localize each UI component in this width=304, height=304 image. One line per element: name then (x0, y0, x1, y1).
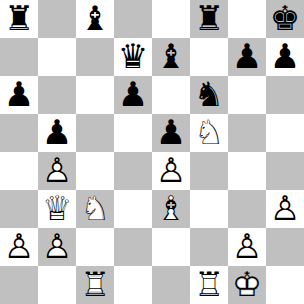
black-pawn-fill-glyph: ♟ (266, 38, 304, 76)
piece-black-king[interactable]: ♚ (266, 0, 304, 38)
piece-white-king[interactable]: ♚♔ (228, 266, 266, 304)
black-rook-fill-glyph: ♜ (190, 0, 228, 38)
square-b3[interactable]: ♛♕ (38, 190, 76, 228)
piece-black-pawn[interactable]: ♟ (0, 76, 38, 114)
square-e7[interactable]: ♝ (152, 38, 190, 76)
square-f5[interactable]: ♞♘ (190, 114, 228, 152)
square-a1[interactable] (0, 266, 38, 304)
piece-black-pawn[interactable]: ♟ (152, 114, 190, 152)
square-a3[interactable] (0, 190, 38, 228)
square-d1[interactable] (114, 266, 152, 304)
white-queen-outline-glyph: ♕ (38, 190, 76, 228)
square-h4[interactable] (266, 152, 304, 190)
white-pawn-outline-glyph: ♙ (0, 228, 38, 266)
square-c3[interactable]: ♞♘ (76, 190, 114, 228)
black-pawn-fill-glyph: ♟ (0, 76, 38, 114)
square-f2[interactable] (190, 228, 228, 266)
square-c4[interactable] (76, 152, 114, 190)
piece-black-rook[interactable]: ♜ (0, 0, 38, 38)
square-e4[interactable]: ♟♙ (152, 152, 190, 190)
square-d7[interactable]: ♛ (114, 38, 152, 76)
piece-white-pawn[interactable]: ♟♙ (0, 228, 38, 266)
piece-white-knight[interactable]: ♞♘ (190, 114, 228, 152)
square-h2[interactable] (266, 228, 304, 266)
white-rook-outline-glyph: ♖ (76, 266, 114, 304)
piece-white-rook[interactable]: ♜♖ (190, 266, 228, 304)
square-a4[interactable] (0, 152, 38, 190)
square-a7[interactable] (0, 38, 38, 76)
piece-white-pawn[interactable]: ♟♙ (38, 228, 76, 266)
square-h3[interactable]: ♟♙ (266, 190, 304, 228)
black-pawn-fill-glyph: ♟ (152, 114, 190, 152)
white-pawn-outline-glyph: ♙ (38, 228, 76, 266)
piece-black-pawn[interactable]: ♟ (114, 76, 152, 114)
white-king-outline-glyph: ♔ (228, 266, 266, 304)
piece-white-pawn[interactable]: ♟♙ (266, 190, 304, 228)
black-rook-fill-glyph: ♜ (0, 0, 38, 38)
square-h5[interactable] (266, 114, 304, 152)
black-pawn-fill-glyph: ♟ (228, 38, 266, 76)
square-a2[interactable]: ♟♙ (0, 228, 38, 266)
square-b1[interactable] (38, 266, 76, 304)
square-b4[interactable]: ♟♙ (38, 152, 76, 190)
square-g1[interactable]: ♚♔ (228, 266, 266, 304)
piece-white-pawn[interactable]: ♟♙ (228, 228, 266, 266)
square-c6[interactable] (76, 76, 114, 114)
square-b8[interactable] (38, 0, 76, 38)
square-f4[interactable] (190, 152, 228, 190)
white-bishop-outline-glyph: ♗ (152, 190, 190, 228)
piece-black-pawn[interactable]: ♟ (266, 38, 304, 76)
white-pawn-outline-glyph: ♙ (266, 190, 304, 228)
square-g7[interactable]: ♟ (228, 38, 266, 76)
square-d6[interactable]: ♟ (114, 76, 152, 114)
square-h6[interactable] (266, 76, 304, 114)
piece-black-bishop[interactable]: ♝ (152, 38, 190, 76)
square-g5[interactable] (228, 114, 266, 152)
piece-white-bishop[interactable]: ♝♗ (152, 190, 190, 228)
piece-black-knight[interactable]: ♞ (190, 76, 228, 114)
white-rook-outline-glyph: ♖ (190, 266, 228, 304)
square-h8[interactable]: ♚ (266, 0, 304, 38)
square-e1[interactable] (152, 266, 190, 304)
square-c7[interactable] (76, 38, 114, 76)
square-d3[interactable] (114, 190, 152, 228)
square-e5[interactable]: ♟ (152, 114, 190, 152)
square-f3[interactable] (190, 190, 228, 228)
square-g3[interactable] (228, 190, 266, 228)
white-pawn-outline-glyph: ♙ (38, 152, 76, 190)
piece-white-pawn[interactable]: ♟♙ (152, 152, 190, 190)
black-pawn-fill-glyph: ♟ (38, 114, 76, 152)
square-f6[interactable]: ♞ (190, 76, 228, 114)
white-pawn-outline-glyph: ♙ (228, 228, 266, 266)
piece-black-pawn[interactable]: ♟ (228, 38, 266, 76)
square-a5[interactable] (0, 114, 38, 152)
square-g8[interactable] (228, 0, 266, 38)
square-a6[interactable]: ♟ (0, 76, 38, 114)
piece-black-pawn[interactable]: ♟ (38, 114, 76, 152)
square-d4[interactable] (114, 152, 152, 190)
square-f1[interactable]: ♜♖ (190, 266, 228, 304)
square-g4[interactable] (228, 152, 266, 190)
piece-white-knight[interactable]: ♞♘ (76, 190, 114, 228)
square-b7[interactable] (38, 38, 76, 76)
piece-white-queen[interactable]: ♛♕ (38, 190, 76, 228)
black-bishop-fill-glyph: ♝ (76, 0, 114, 38)
piece-black-rook[interactable]: ♜ (190, 0, 228, 38)
piece-white-rook[interactable]: ♜♖ (76, 266, 114, 304)
square-e3[interactable]: ♝♗ (152, 190, 190, 228)
black-pawn-fill-glyph: ♟ (114, 76, 152, 114)
square-b6[interactable] (38, 76, 76, 114)
square-c1[interactable]: ♜♖ (76, 266, 114, 304)
square-h1[interactable] (266, 266, 304, 304)
square-c2[interactable] (76, 228, 114, 266)
piece-black-bishop[interactable]: ♝ (76, 0, 114, 38)
black-queen-fill-glyph: ♛ (114, 38, 152, 76)
black-king-fill-glyph: ♚ (266, 0, 304, 38)
square-g2[interactable]: ♟♙ (228, 228, 266, 266)
square-e2[interactable] (152, 228, 190, 266)
square-e8[interactable] (152, 0, 190, 38)
white-knight-outline-glyph: ♘ (190, 114, 228, 152)
square-b5[interactable]: ♟ (38, 114, 76, 152)
piece-black-queen[interactable]: ♛ (114, 38, 152, 76)
black-knight-fill-glyph: ♞ (190, 76, 228, 114)
square-d5[interactable] (114, 114, 152, 152)
square-g6[interactable] (228, 76, 266, 114)
piece-white-pawn[interactable]: ♟♙ (38, 152, 76, 190)
square-h7[interactable]: ♟ (266, 38, 304, 76)
square-f8[interactable]: ♜ (190, 0, 228, 38)
square-f7[interactable] (190, 38, 228, 76)
white-knight-outline-glyph: ♘ (76, 190, 114, 228)
white-pawn-outline-glyph: ♙ (152, 152, 190, 190)
chess-board: ♜♝♜♚♛♝♟♟♟♟♞♟♟♞♘♟♙♟♙♛♕♞♘♝♗♟♙♟♙♟♙♟♙♜♖♜♖♚♔ (0, 0, 304, 304)
black-bishop-fill-glyph: ♝ (152, 38, 190, 76)
square-e6[interactable] (152, 76, 190, 114)
square-b2[interactable]: ♟♙ (38, 228, 76, 266)
square-d8[interactable] (114, 0, 152, 38)
square-d2[interactable] (114, 228, 152, 266)
square-c5[interactable] (76, 114, 114, 152)
square-c8[interactable]: ♝ (76, 0, 114, 38)
square-a8[interactable]: ♜ (0, 0, 38, 38)
